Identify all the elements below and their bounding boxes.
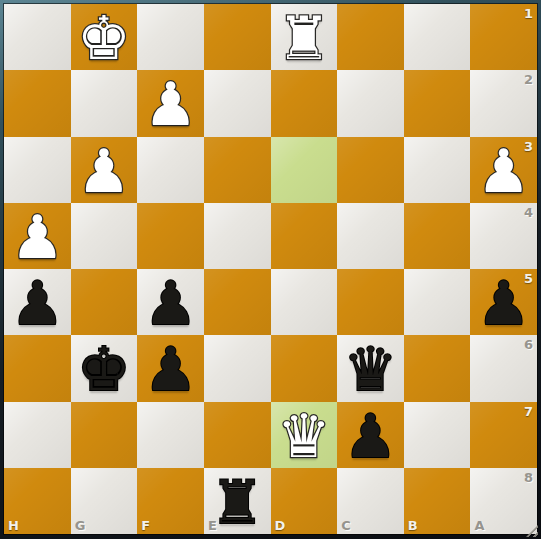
square-h8[interactable]: H [4,468,71,534]
square-c5[interactable] [337,269,404,335]
square-f1[interactable] [137,4,204,70]
white-pawn[interactable]: ♟ [77,141,131,201]
square-e7[interactable] [204,402,271,468]
file-label: D [275,519,286,532]
black-pawn[interactable]: ♟ [144,273,198,333]
square-h4[interactable]: ♟ [4,203,71,269]
black-pawn[interactable]: ♟ [144,339,198,399]
square-d3[interactable] [271,137,338,203]
square-e3[interactable] [204,137,271,203]
white-king[interactable]: ♚ [77,8,131,68]
black-pawn[interactable]: ♟ [344,406,398,466]
file-label: H [8,519,19,532]
square-a2[interactable]: 2 [470,70,537,136]
square-a5[interactable]: ♟5 [470,269,537,335]
square-g3[interactable]: ♟ [71,137,138,203]
square-b8[interactable]: B [404,468,471,534]
file-label: F [141,519,150,532]
square-g2[interactable] [71,70,138,136]
square-f5[interactable]: ♟ [137,269,204,335]
square-d6[interactable] [271,335,338,401]
square-f8[interactable]: F [137,468,204,534]
white-queen[interactable]: ♛ [277,406,331,466]
square-a6[interactable]: 6 [470,335,537,401]
square-g8[interactable]: G [71,468,138,534]
file-label: B [408,519,418,532]
square-b5[interactable] [404,269,471,335]
white-pawn[interactable]: ♟ [144,74,198,134]
square-e4[interactable] [204,203,271,269]
square-e8[interactable]: ♜E [204,468,271,534]
white-rook[interactable]: ♜ [277,8,331,68]
rank-label: 4 [524,206,533,219]
square-h1[interactable] [4,4,71,70]
square-b3[interactable] [404,137,471,203]
square-b2[interactable] [404,70,471,136]
square-a7[interactable]: 7 [470,402,537,468]
file-label: A [474,519,484,532]
square-d5[interactable] [271,269,338,335]
square-c7[interactable]: ♟ [337,402,404,468]
rank-label: 8 [524,471,533,484]
white-pawn[interactable]: ♟ [477,141,531,201]
square-a3[interactable]: ♟3 [470,137,537,203]
square-f2[interactable]: ♟ [137,70,204,136]
square-g5[interactable] [71,269,138,335]
square-d7[interactable]: ♛ [271,402,338,468]
square-f7[interactable] [137,402,204,468]
square-c1[interactable] [337,4,404,70]
square-a4[interactable]: 4 [470,203,537,269]
square-c3[interactable] [337,137,404,203]
square-h5[interactable]: ♟ [4,269,71,335]
square-d1[interactable]: ♜ [271,4,338,70]
square-h6[interactable] [4,335,71,401]
page-background: ♚♜1♟2♟♟3♟4♟♟♟5♚♟♛6♛♟7HGF♜EDCB8A [0,0,541,539]
square-e2[interactable] [204,70,271,136]
square-d2[interactable] [271,70,338,136]
square-d8[interactable]: D [271,468,338,534]
square-c2[interactable] [337,70,404,136]
white-pawn[interactable]: ♟ [10,207,64,267]
square-f3[interactable] [137,137,204,203]
file-label: C [341,519,351,532]
rank-label: 6 [524,338,533,351]
chess-board: ♚♜1♟2♟♟3♟4♟♟♟5♚♟♛6♛♟7HGF♜EDCB8A [4,4,537,534]
square-c4[interactable] [337,203,404,269]
square-g1[interactable]: ♚ [71,4,138,70]
square-f4[interactable] [137,203,204,269]
square-c8[interactable]: C [337,468,404,534]
black-rook[interactable]: ♜ [210,472,264,532]
black-king[interactable]: ♚ [77,339,131,399]
black-queen[interactable]: ♛ [344,339,398,399]
square-d4[interactable] [271,203,338,269]
square-c6[interactable]: ♛ [337,335,404,401]
square-e6[interactable] [204,335,271,401]
square-e5[interactable] [204,269,271,335]
rank-label: 2 [524,73,533,86]
square-g7[interactable] [71,402,138,468]
square-a1[interactable]: 1 [470,4,537,70]
square-b1[interactable] [404,4,471,70]
square-h3[interactable] [4,137,71,203]
rank-label: 7 [524,405,533,418]
rank-label: 1 [524,7,533,20]
square-f6[interactable]: ♟ [137,335,204,401]
square-h7[interactable] [4,402,71,468]
square-g6[interactable]: ♚ [71,335,138,401]
square-b6[interactable] [404,335,471,401]
square-b4[interactable] [404,203,471,269]
black-pawn[interactable]: ♟ [477,273,531,333]
black-pawn[interactable]: ♟ [10,273,64,333]
square-g4[interactable] [71,203,138,269]
square-e1[interactable] [204,4,271,70]
square-h2[interactable] [4,70,71,136]
square-b7[interactable] [404,402,471,468]
square-a8[interactable]: 8A [470,468,537,534]
file-label: G [75,519,86,532]
